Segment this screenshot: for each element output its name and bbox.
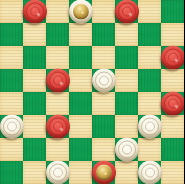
square-r7c3[interactable] <box>69 161 92 184</box>
square-r1c6[interactable] <box>138 23 161 46</box>
square-r1c1[interactable] <box>23 23 46 46</box>
square-r2c4[interactable] <box>92 46 115 69</box>
white-king-piece[interactable] <box>69 0 93 23</box>
square-r0c5[interactable] <box>115 0 138 23</box>
red-man-piece[interactable] <box>23 0 47 23</box>
square-r3c0[interactable] <box>0 69 23 92</box>
square-r7c4[interactable] <box>92 161 115 184</box>
square-r5c5[interactable] <box>115 115 138 138</box>
square-r1c4[interactable] <box>92 23 115 46</box>
square-r3c4[interactable] <box>92 69 115 92</box>
king-crown-dome <box>96 164 112 180</box>
square-r0c3[interactable] <box>69 0 92 23</box>
square-r5c6[interactable] <box>138 115 161 138</box>
square-r6c2[interactable] <box>46 138 69 161</box>
square-r7c5[interactable] <box>115 161 138 184</box>
square-r0c1[interactable] <box>23 0 46 23</box>
square-r1c5[interactable] <box>115 23 138 46</box>
square-r4c6[interactable] <box>138 92 161 115</box>
red-man-piece[interactable] <box>115 0 139 23</box>
square-r1c2[interactable] <box>46 23 69 46</box>
square-r4c2[interactable] <box>46 92 69 115</box>
red-man-piece[interactable] <box>46 68 70 92</box>
square-r4c4[interactable] <box>92 92 115 115</box>
square-r4c0[interactable] <box>0 92 23 115</box>
square-r2c3[interactable] <box>69 46 92 69</box>
square-r6c0[interactable] <box>0 138 23 161</box>
square-r4c1[interactable] <box>23 92 46 115</box>
white-man-piece[interactable] <box>46 160 70 184</box>
square-r0c4[interactable] <box>92 0 115 23</box>
square-r6c4[interactable] <box>92 138 115 161</box>
square-r3c3[interactable] <box>69 69 92 92</box>
square-r0c6[interactable] <box>138 0 161 23</box>
square-r6c6[interactable] <box>138 138 161 161</box>
square-r7c7[interactable] <box>161 161 184 184</box>
square-r2c7[interactable] <box>161 46 184 69</box>
square-r7c2[interactable] <box>46 161 69 184</box>
red-king-piece[interactable] <box>92 160 116 184</box>
square-r7c6[interactable] <box>138 161 161 184</box>
square-r5c2[interactable] <box>46 115 69 138</box>
white-man-piece[interactable] <box>92 68 116 92</box>
checkers-board <box>0 0 184 184</box>
white-man-piece[interactable] <box>115 137 139 161</box>
square-r1c3[interactable] <box>69 23 92 46</box>
square-r2c6[interactable] <box>138 46 161 69</box>
white-man-piece[interactable] <box>0 114 24 138</box>
square-r0c2[interactable] <box>46 0 69 23</box>
square-r0c7[interactable] <box>161 0 184 23</box>
square-r3c2[interactable] <box>46 69 69 92</box>
square-r5c0[interactable] <box>0 115 23 138</box>
red-man-piece[interactable] <box>161 91 185 115</box>
square-r5c1[interactable] <box>23 115 46 138</box>
red-man-piece[interactable] <box>46 114 70 138</box>
square-r2c1[interactable] <box>23 46 46 69</box>
square-r3c7[interactable] <box>161 69 184 92</box>
square-r1c7[interactable] <box>161 23 184 46</box>
square-r1c0[interactable] <box>0 23 23 46</box>
square-r3c1[interactable] <box>23 69 46 92</box>
white-man-piece[interactable] <box>138 160 162 184</box>
square-r0c0[interactable] <box>0 0 23 23</box>
square-r6c7[interactable] <box>161 138 184 161</box>
square-r4c7[interactable] <box>161 92 184 115</box>
square-r2c2[interactable] <box>46 46 69 69</box>
square-r2c5[interactable] <box>115 46 138 69</box>
square-r5c7[interactable] <box>161 115 184 138</box>
square-r2c0[interactable] <box>0 46 23 69</box>
square-r4c3[interactable] <box>69 92 92 115</box>
king-crown-dome <box>73 3 89 19</box>
red-man-piece[interactable] <box>161 45 185 69</box>
square-r5c3[interactable] <box>69 115 92 138</box>
square-r7c1[interactable] <box>23 161 46 184</box>
square-r5c4[interactable] <box>92 115 115 138</box>
square-r3c6[interactable] <box>138 69 161 92</box>
square-r6c3[interactable] <box>69 138 92 161</box>
square-r4c5[interactable] <box>115 92 138 115</box>
square-r6c5[interactable] <box>115 138 138 161</box>
square-r7c0[interactable] <box>0 161 23 184</box>
square-r3c5[interactable] <box>115 69 138 92</box>
square-r6c1[interactable] <box>23 138 46 161</box>
white-man-piece[interactable] <box>138 114 162 138</box>
